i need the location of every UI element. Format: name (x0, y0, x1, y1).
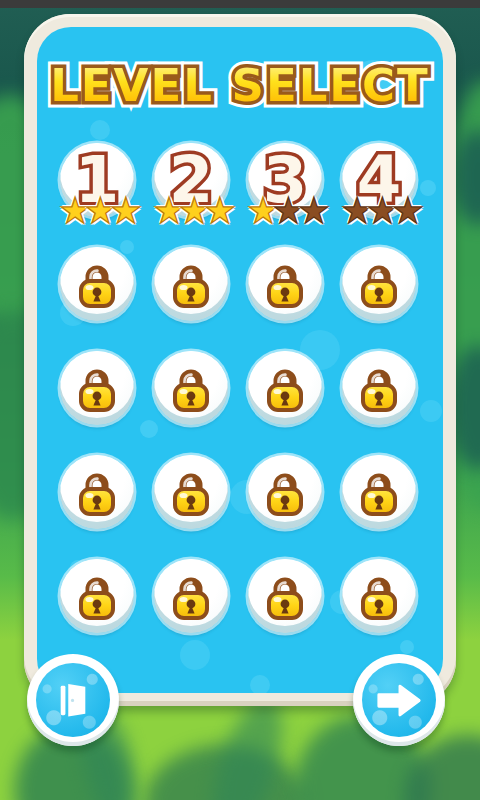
locked-level-12-button[interactable] (332, 351, 426, 455)
level-circle (60, 247, 134, 321)
brown-star-icon: ★ (298, 190, 323, 231)
arrow-right-icon (375, 682, 423, 719)
level-circle (248, 351, 322, 425)
brown-star-icon: ★ (341, 190, 366, 231)
locked-level-11-button[interactable] (238, 351, 332, 455)
locked-level-9-button[interactable] (50, 351, 144, 455)
level-circle (60, 559, 134, 633)
level-circle (154, 247, 228, 321)
level-circle (248, 559, 322, 633)
locked-level-18-button[interactable] (144, 559, 238, 663)
padlock-icon (76, 572, 118, 620)
padlock-icon (264, 260, 306, 308)
locked-level-10-button[interactable] (144, 351, 238, 455)
gold-star-icon: ★ (204, 190, 229, 231)
star-rating: ★★★ (238, 193, 332, 236)
level-circle (342, 559, 416, 633)
star-rating: ★★★ (50, 193, 144, 236)
level-circle (342, 351, 416, 425)
locked-level-15-button[interactable] (238, 455, 332, 559)
next-page-button-face (362, 663, 436, 737)
locked-level-14-button[interactable] (144, 455, 238, 559)
locked-level-8-button[interactable] (332, 247, 426, 351)
level-circle (248, 247, 322, 321)
padlock-icon (170, 260, 212, 308)
level-circle (60, 351, 134, 425)
gold-star-icon: ★ (84, 190, 109, 231)
padlock-icon (358, 572, 400, 620)
padlock-icon (358, 260, 400, 308)
gold-star-icon: ★ (247, 190, 272, 231)
door-exit-icon (55, 680, 91, 720)
gold-star-icon: ★ (110, 190, 135, 231)
gold-star-icon: ★ (153, 190, 178, 231)
star-rating: ★★★ (332, 193, 426, 236)
padlock-icon (170, 572, 212, 620)
level-circle (154, 351, 228, 425)
level-circle (154, 559, 228, 633)
level-circle (154, 455, 228, 529)
locked-level-5-button[interactable] (50, 247, 144, 351)
level-3-button[interactable]: 33★★★ (238, 143, 332, 247)
exit-button[interactable] (27, 654, 119, 746)
locked-level-13-button[interactable] (50, 455, 144, 559)
next-page-button[interactable] (353, 654, 445, 746)
padlock-icon (76, 364, 118, 412)
padlock-icon (358, 364, 400, 412)
level-select-panel: LEVEL SELECT LEVEL SELECT LEVEL SELECT 1… (24, 14, 456, 706)
padlock-icon (170, 364, 212, 412)
padlock-icon (264, 572, 306, 620)
locked-level-20-button[interactable] (332, 559, 426, 663)
level-circle (342, 455, 416, 529)
padlock-icon (170, 468, 212, 516)
locked-level-19-button[interactable] (238, 559, 332, 663)
level-circle (342, 247, 416, 321)
locked-level-6-button[interactable] (144, 247, 238, 351)
gold-star-icon: ★ (178, 190, 203, 231)
page-title: LEVEL SELECT LEVEL SELECT LEVEL SELECT (37, 57, 443, 121)
bubble-decoration (250, 675, 270, 693)
bubble-decoration (90, 120, 110, 140)
brown-star-icon: ★ (366, 190, 391, 231)
padlock-icon (358, 468, 400, 516)
star-rating: ★★★ (144, 193, 238, 236)
padlock-icon (76, 260, 118, 308)
locked-level-7-button[interactable] (238, 247, 332, 351)
level-circle (60, 455, 134, 529)
brown-star-icon: ★ (272, 190, 297, 231)
locked-level-17-button[interactable] (50, 559, 144, 663)
status-bar (0, 0, 480, 8)
padlock-icon (264, 364, 306, 412)
level-4-button[interactable]: 44★★★ (332, 143, 426, 247)
brown-star-icon: ★ (392, 190, 417, 231)
level-circle (248, 455, 322, 529)
locked-level-16-button[interactable] (332, 455, 426, 559)
level-grid: 11★★★22★★★33★★★44★★★ (50, 143, 426, 663)
level-select-panel-blue-area: LEVEL SELECT LEVEL SELECT LEVEL SELECT 1… (37, 27, 443, 693)
padlock-icon (264, 468, 306, 516)
page-title-text: LEVEL SELECT (37, 57, 443, 115)
gold-star-icon: ★ (59, 190, 84, 231)
level-1-button[interactable]: 11★★★ (50, 143, 144, 247)
exit-button-face (36, 663, 110, 737)
padlock-icon (76, 468, 118, 516)
level-2-button[interactable]: 22★★★ (144, 143, 238, 247)
